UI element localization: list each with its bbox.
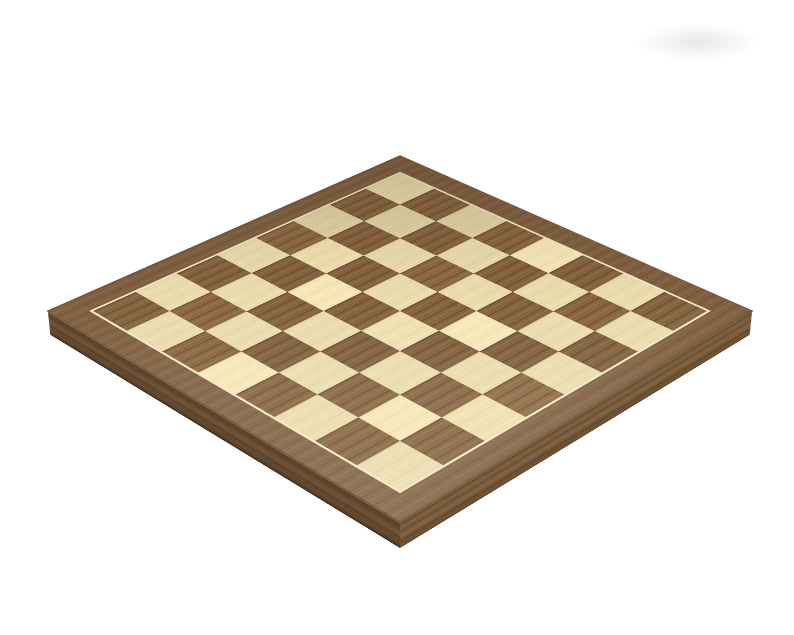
square-e4[interactable] [361, 311, 439, 351]
board-scene [0, 0, 794, 635]
square-d1[interactable] [198, 351, 279, 394]
square-h5[interactable] [521, 351, 602, 394]
board-inlay-line [89, 172, 711, 494]
chess-board [46, 155, 753, 522]
board-grid [93, 173, 707, 490]
